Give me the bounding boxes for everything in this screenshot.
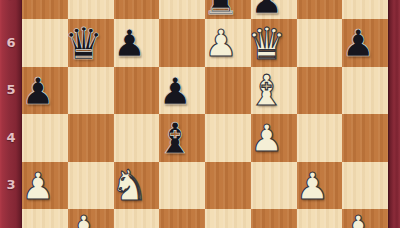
chess-board: ♜♟♛♟♟♛♟♟♟♝♝♟♟♞♟♟♟ [22, 0, 388, 228]
black-bishop-d4[interactable]: ♝ [156, 118, 194, 160]
square-e2[interactable] [205, 209, 251, 228]
square-d7[interactable] [159, 0, 205, 19]
square-d4[interactable]: ♝ [159, 114, 205, 162]
square-b3[interactable] [68, 162, 114, 210]
square-g6[interactable] [297, 19, 343, 67]
black-pawn-d5[interactable]: ♟ [159, 73, 192, 110]
square-b2[interactable]: ♟ [68, 209, 114, 228]
square-a7[interactable] [22, 0, 68, 19]
square-d6[interactable] [159, 19, 205, 67]
square-g4[interactable] [297, 114, 343, 162]
square-a6[interactable] [22, 19, 68, 67]
square-g5[interactable] [297, 67, 343, 115]
square-d2[interactable] [159, 209, 205, 228]
square-e5[interactable] [205, 67, 251, 115]
white-pawn-a3[interactable]: ♟ [21, 168, 54, 205]
rank-label-4: 4 [0, 129, 22, 147]
square-b5[interactable] [68, 67, 114, 115]
white-pawn-g3[interactable]: ♟ [296, 168, 329, 205]
board-frame-right [388, 0, 400, 228]
square-c4[interactable] [114, 114, 160, 162]
white-knight-c3[interactable]: ♞ [111, 165, 149, 207]
white-pawn-f4[interactable]: ♟ [250, 120, 283, 157]
square-a5[interactable]: ♟ [22, 67, 68, 115]
square-a4[interactable] [22, 114, 68, 162]
square-f5[interactable]: ♝ [251, 67, 297, 115]
black-pawn-h6[interactable]: ♟ [342, 25, 375, 62]
square-h3[interactable] [342, 162, 388, 210]
square-c6[interactable]: ♟ [114, 19, 160, 67]
square-a3[interactable]: ♟ [22, 162, 68, 210]
square-a2[interactable] [22, 209, 68, 228]
white-pawn-e6[interactable]: ♟ [204, 25, 237, 62]
black-pawn-f7[interactable]: ♟ [250, 0, 283, 19]
square-d5[interactable]: ♟ [159, 67, 205, 115]
square-b4[interactable] [68, 114, 114, 162]
square-c7[interactable] [114, 0, 160, 19]
board-frame-left: 76543 [0, 0, 22, 228]
square-h4[interactable] [342, 114, 388, 162]
square-e7[interactable]: ♜ [205, 0, 251, 19]
square-b6[interactable]: ♛ [68, 19, 114, 67]
square-e6[interactable]: ♟ [205, 19, 251, 67]
square-h2[interactable]: ♟ [342, 209, 388, 228]
square-c5[interactable] [114, 67, 160, 115]
square-h7[interactable] [342, 0, 388, 19]
square-h5[interactable] [342, 67, 388, 115]
square-g7[interactable] [297, 0, 343, 19]
white-pawn-h2[interactable]: ♟ [342, 211, 375, 228]
square-f6[interactable]: ♛ [251, 19, 297, 67]
square-g3[interactable]: ♟ [297, 162, 343, 210]
black-queen-b6[interactable]: ♛ [64, 22, 103, 66]
square-f2[interactable] [251, 209, 297, 228]
rank-label-7: 7 [0, 0, 22, 4]
square-e3[interactable] [205, 162, 251, 210]
rank-label-6: 6 [0, 34, 22, 52]
square-d3[interactable] [159, 162, 205, 210]
white-bishop-f5[interactable]: ♝ [248, 70, 286, 112]
black-pawn-a5[interactable]: ♟ [21, 73, 54, 110]
square-e4[interactable] [205, 114, 251, 162]
rank-label-5: 5 [0, 81, 22, 99]
square-c2[interactable] [114, 209, 160, 228]
square-g2[interactable] [297, 209, 343, 228]
white-pawn-b2[interactable]: ♟ [67, 211, 100, 228]
square-h6[interactable]: ♟ [342, 19, 388, 67]
square-f7[interactable]: ♟ [251, 0, 297, 19]
square-b7[interactable] [68, 0, 114, 19]
black-pawn-c6[interactable]: ♟ [113, 25, 146, 62]
square-c3[interactable]: ♞ [114, 162, 160, 210]
white-queen-f6[interactable]: ♛ [247, 22, 286, 66]
square-f4[interactable]: ♟ [251, 114, 297, 162]
square-f3[interactable] [251, 162, 297, 210]
chess-board-screenshot: ♜♟♛♟♟♛♟♟♟♝♝♟♟♞♟♟♟ 76543 [0, 0, 400, 228]
rank-label-3: 3 [0, 176, 22, 194]
